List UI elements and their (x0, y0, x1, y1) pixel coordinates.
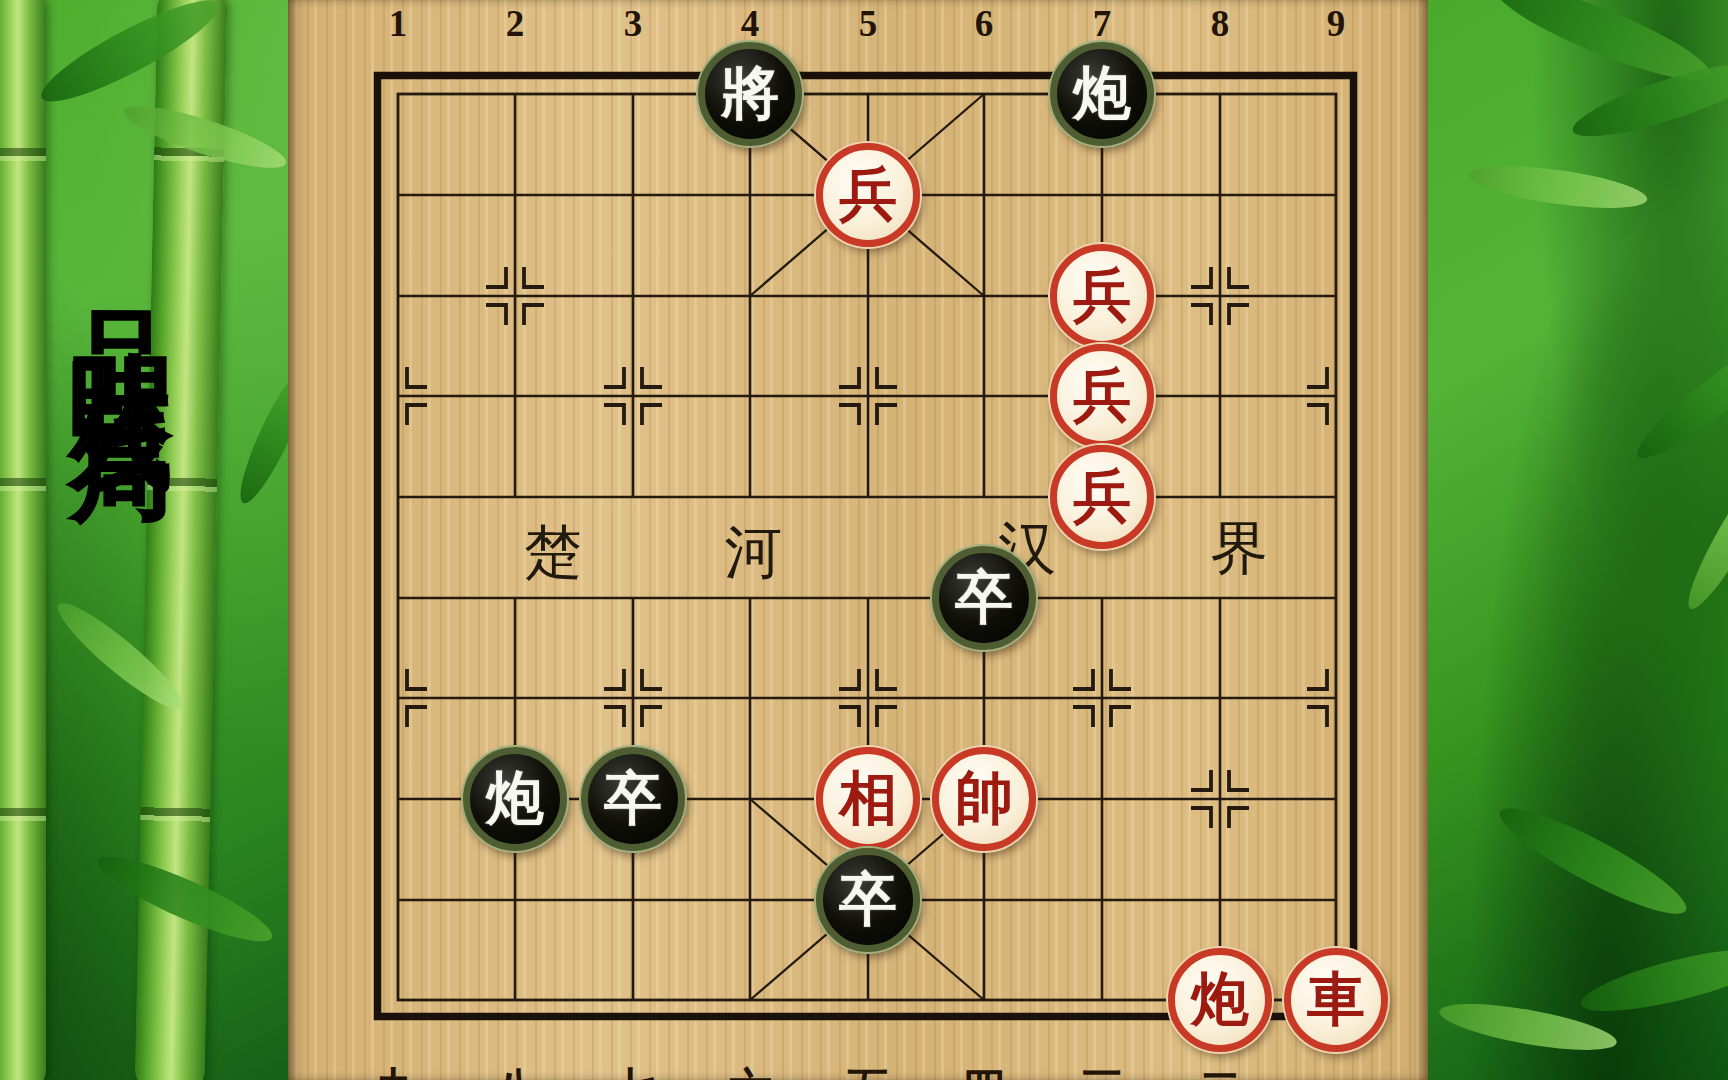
piece-black-general-c4r1[interactable]: 將 (698, 42, 802, 146)
piece-red-general-c6r8[interactable]: 帥 (932, 747, 1036, 851)
file-number-bottom-9: 一 (1314, 1060, 1358, 1080)
piece-red-soldier-c5r2[interactable]: 兵 (816, 143, 920, 247)
piece-red-elephant-c5r8[interactable]: 相 (816, 747, 920, 851)
bamboo-background-left: 品味残局 (0, 0, 290, 1080)
file-number-bottom-7: 三 (1080, 1060, 1124, 1080)
file-number-bottom-4: 六 (728, 1060, 772, 1080)
piece-red-chariot-c9r10[interactable]: 車 (1284, 948, 1388, 1052)
file-number-top-8: 8 (1211, 2, 1230, 45)
piece-glyph: 卒 (955, 569, 1013, 627)
file-number-top-9: 9 (1327, 2, 1346, 45)
piece-red-soldier-c7r4[interactable]: 兵 (1050, 344, 1154, 448)
piece-red-soldier-c7r3[interactable]: 兵 (1050, 244, 1154, 348)
piece-glyph: 兵 (1073, 468, 1131, 526)
piece-black-soldier-c3r8[interactable]: 卒 (581, 747, 685, 851)
piece-glyph: 炮 (1073, 65, 1131, 123)
left-caption: 品味残局 (53, 232, 188, 392)
piece-glyph: 帥 (955, 770, 1013, 828)
stage: 品味残局 四寇擒王 123456789 九八七六五四三二一 楚 河 汉 界 將炮… (0, 0, 1728, 1080)
piece-glyph: 卒 (839, 871, 897, 929)
bamboo-background-right: 四寇擒王 (1428, 0, 1728, 1080)
piece-glyph: 炮 (1191, 971, 1249, 1029)
file-number-top-7: 7 (1093, 2, 1112, 45)
bamboo-leaf (1467, 158, 1650, 217)
file-number-bottom-1: 九 (376, 1060, 420, 1080)
bamboo-leaf (1490, 793, 1695, 929)
file-number-bottom-5: 五 (846, 1060, 890, 1080)
piece-glyph: 兵 (1073, 267, 1131, 325)
piece-glyph: 兵 (839, 166, 897, 224)
bamboo-leaf (230, 361, 290, 510)
river-label-chu-he: 楚 河 (524, 514, 847, 592)
piece-black-cannon-c2r8[interactable]: 炮 (463, 747, 567, 851)
piece-glyph: 炮 (486, 770, 544, 828)
file-number-bottom-6: 四 (962, 1060, 1006, 1080)
bamboo-leaf (1627, 325, 1728, 470)
file-number-top-4: 4 (741, 2, 760, 45)
piece-glyph: 將 (721, 65, 779, 123)
piece-black-soldier-c5r9[interactable]: 卒 (816, 848, 920, 952)
bamboo-leaf (1678, 454, 1728, 616)
file-number-top-5: 5 (859, 2, 878, 45)
piece-black-cannon-c7r1[interactable]: 炮 (1050, 42, 1154, 146)
piece-glyph: 兵 (1073, 367, 1131, 425)
bamboo-leaf (1576, 936, 1728, 1023)
file-number-top-2: 2 (506, 2, 525, 45)
file-number-bottom-2: 八 (493, 1060, 537, 1080)
piece-black-soldier-c6r6[interactable]: 卒 (932, 546, 1036, 650)
piece-red-soldier-c7r5[interactable]: 兵 (1050, 445, 1154, 549)
piece-glyph: 車 (1307, 971, 1365, 1029)
piece-glyph: 卒 (604, 770, 662, 828)
file-number-top-6: 6 (975, 2, 994, 45)
file-number-top-3: 3 (624, 2, 643, 45)
file-number-top-1: 1 (389, 2, 408, 45)
piece-glyph: 相 (839, 770, 897, 828)
bamboo-stalk (0, 0, 46, 1080)
file-number-bottom-8: 二 (1198, 1060, 1242, 1080)
river-label-han-jie: 汉 界 (998, 510, 1339, 588)
file-number-bottom-3: 七 (611, 1060, 655, 1080)
piece-red-cannon-c8r10[interactable]: 炮 (1168, 948, 1272, 1052)
